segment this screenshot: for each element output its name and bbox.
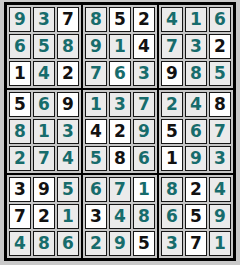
cell-r5c2[interactable]: 1: [33, 119, 55, 144]
cell-r3c2[interactable]: 4: [33, 61, 55, 86]
box-6: 248567193: [159, 90, 233, 173]
cell-r4c7[interactable]: 2: [161, 92, 183, 117]
cell-r9c9[interactable]: 1: [209, 231, 231, 256]
cell-r1c2[interactable]: 3: [33, 7, 55, 32]
cell-r1c5[interactable]: 5: [109, 7, 131, 32]
cell-r5c4[interactable]: 4: [85, 119, 107, 144]
cell-r4c4[interactable]: 1: [85, 92, 107, 117]
cell-r4c3[interactable]: 9: [57, 92, 79, 117]
cell-r6c8[interactable]: 9: [185, 146, 207, 171]
box-2: 852914763: [83, 5, 157, 88]
cell-r3c6[interactable]: 3: [133, 61, 155, 86]
cell-r6c4[interactable]: 5: [85, 146, 107, 171]
cell-r4c1[interactable]: 5: [9, 92, 31, 117]
cell-r4c2[interactable]: 6: [33, 92, 55, 117]
cell-r5c6[interactable]: 9: [133, 119, 155, 144]
cell-r2c4[interactable]: 9: [85, 34, 107, 59]
cell-r3c1[interactable]: 1: [9, 61, 31, 86]
cell-r7c2[interactable]: 9: [33, 177, 55, 202]
cell-r9c2[interactable]: 8: [33, 231, 55, 256]
cell-r7c7[interactable]: 8: [161, 177, 183, 202]
cell-r7c5[interactable]: 7: [109, 177, 131, 202]
cell-r2c2[interactable]: 5: [33, 34, 55, 59]
cell-r4c6[interactable]: 7: [133, 92, 155, 117]
box-7: 395721486: [7, 175, 81, 258]
cell-r5c7[interactable]: 5: [161, 119, 183, 144]
cell-r3c7[interactable]: 9: [161, 61, 183, 86]
cell-r2c9[interactable]: 2: [209, 34, 231, 59]
box-1: 937658142: [7, 5, 81, 88]
cell-r3c8[interactable]: 8: [185, 61, 207, 86]
cell-r9c5[interactable]: 9: [109, 231, 131, 256]
cell-r9c3[interactable]: 6: [57, 231, 79, 256]
cell-r8c7[interactable]: 6: [161, 204, 183, 229]
cell-r2c1[interactable]: 6: [9, 34, 31, 59]
cell-r2c5[interactable]: 1: [109, 34, 131, 59]
cell-r8c2[interactable]: 2: [33, 204, 55, 229]
box-5: 137429586: [83, 90, 157, 173]
box-9: 824659371: [159, 175, 233, 258]
cell-r5c1[interactable]: 8: [9, 119, 31, 144]
cell-r8c1[interactable]: 7: [9, 204, 31, 229]
cell-r2c3[interactable]: 8: [57, 34, 79, 59]
cell-r9c6[interactable]: 5: [133, 231, 155, 256]
cell-r1c6[interactable]: 2: [133, 7, 155, 32]
cell-r5c9[interactable]: 7: [209, 119, 231, 144]
cell-r6c7[interactable]: 1: [161, 146, 183, 171]
cell-r2c8[interactable]: 3: [185, 34, 207, 59]
cell-r1c7[interactable]: 4: [161, 7, 183, 32]
cell-r8c5[interactable]: 4: [109, 204, 131, 229]
cell-r4c9[interactable]: 8: [209, 92, 231, 117]
sudoku-page: 9376581428529147634167329855698132741374…: [0, 0, 240, 265]
cell-r3c9[interactable]: 5: [209, 61, 231, 86]
cell-r7c4[interactable]: 6: [85, 177, 107, 202]
cell-r6c2[interactable]: 7: [33, 146, 55, 171]
cell-r4c5[interactable]: 3: [109, 92, 131, 117]
cell-r7c6[interactable]: 1: [133, 177, 155, 202]
cell-r6c3[interactable]: 4: [57, 146, 79, 171]
cell-r1c8[interactable]: 1: [185, 7, 207, 32]
cell-r8c8[interactable]: 5: [185, 204, 207, 229]
cell-r8c3[interactable]: 1: [57, 204, 79, 229]
cell-r8c4[interactable]: 3: [85, 204, 107, 229]
cell-r1c4[interactable]: 8: [85, 7, 107, 32]
sudoku-board: 9376581428529147634167329855698132741374…: [4, 2, 236, 261]
cell-r7c3[interactable]: 5: [57, 177, 79, 202]
cell-r9c8[interactable]: 7: [185, 231, 207, 256]
cell-r1c9[interactable]: 6: [209, 7, 231, 32]
box-4: 569813274: [7, 90, 81, 173]
cell-r9c7[interactable]: 3: [161, 231, 183, 256]
box-8: 671348295: [83, 175, 157, 258]
cell-r3c3[interactable]: 2: [57, 61, 79, 86]
cell-r5c5[interactable]: 2: [109, 119, 131, 144]
cell-r1c3[interactable]: 7: [57, 7, 79, 32]
cell-r5c8[interactable]: 6: [185, 119, 207, 144]
cell-r9c4[interactable]: 2: [85, 231, 107, 256]
cell-r8c9[interactable]: 9: [209, 204, 231, 229]
cell-r6c9[interactable]: 3: [209, 146, 231, 171]
cell-r6c5[interactable]: 8: [109, 146, 131, 171]
cell-r6c6[interactable]: 6: [133, 146, 155, 171]
cell-r5c3[interactable]: 3: [57, 119, 79, 144]
cell-r8c6[interactable]: 8: [133, 204, 155, 229]
cell-r7c8[interactable]: 2: [185, 177, 207, 202]
cell-r4c8[interactable]: 4: [185, 92, 207, 117]
cell-r1c1[interactable]: 9: [9, 7, 31, 32]
cell-r9c1[interactable]: 4: [9, 231, 31, 256]
cell-r6c1[interactable]: 2: [9, 146, 31, 171]
cell-r2c7[interactable]: 7: [161, 34, 183, 59]
cell-r7c9[interactable]: 4: [209, 177, 231, 202]
cell-r3c5[interactable]: 6: [109, 61, 131, 86]
box-3: 416732985: [159, 5, 233, 88]
cell-r2c6[interactable]: 4: [133, 34, 155, 59]
cell-r7c1[interactable]: 3: [9, 177, 31, 202]
cell-r3c4[interactable]: 7: [85, 61, 107, 86]
page: { "game": "sudoku", "position": { "solut…: [0, 0, 240, 265]
